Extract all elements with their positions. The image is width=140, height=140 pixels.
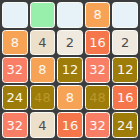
tile-4: 4 <box>30 30 56 56</box>
tile-24: 24 <box>112 112 138 138</box>
tile-32: 32 <box>2 112 28 138</box>
tile-16: 16 <box>112 85 138 111</box>
tile-48: 48 <box>30 85 56 111</box>
tile-8: 8 <box>30 57 56 83</box>
empty-cell <box>57 2 83 28</box>
tile-24: 24 <box>2 85 28 111</box>
tile-8: 8 <box>57 85 83 111</box>
tile-32: 32 <box>85 57 111 83</box>
tile-16: 16 <box>57 112 83 138</box>
tile-2: 2 <box>57 30 83 56</box>
empty-cell-green <box>30 2 56 28</box>
tile-8: 8 <box>85 2 111 28</box>
tile-32: 32 <box>85 112 111 138</box>
tile-16: 16 <box>85 30 111 56</box>
empty-cell <box>112 2 138 28</box>
tile-8: 8 <box>2 30 28 56</box>
tile-12: 12 <box>112 57 138 83</box>
tile-12: 12 <box>57 57 83 83</box>
tile-32: 32 <box>2 57 28 83</box>
tile-4: 4 <box>30 112 56 138</box>
tile-48: 48 <box>85 85 111 111</box>
empty-cell <box>2 2 28 28</box>
board-2048[interactable]: 8842162328123212244884816324163224 <box>0 0 140 140</box>
tile-2: 2 <box>112 30 138 56</box>
